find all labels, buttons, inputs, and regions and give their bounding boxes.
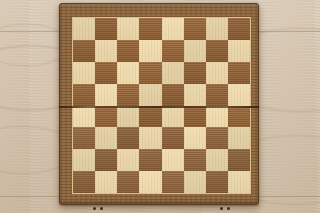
square-c1 [117,171,139,193]
square-h6 [228,62,250,84]
square-a3 [73,127,95,149]
chess-board [59,3,259,205]
square-a2 [73,149,95,171]
square-g6 [206,62,228,84]
square-g3 [206,127,228,149]
square-e3 [162,127,184,149]
square-d1 [139,171,161,193]
square-h7 [228,40,250,62]
square-e6 [162,62,184,84]
square-d6 [139,62,161,84]
square-b6 [95,62,117,84]
square-f3 [184,127,206,149]
square-a5 [73,84,95,106]
square-e4 [162,106,184,128]
square-b2 [95,149,117,171]
square-b7 [95,40,117,62]
square-c6 [117,62,139,84]
square-e5 [162,84,184,106]
square-c4 [117,106,139,128]
fold-hinge-right [220,206,230,210]
square-e1 [162,171,184,193]
square-d5 [139,84,161,106]
square-a7 [73,40,95,62]
square-c7 [117,40,139,62]
square-g2 [206,149,228,171]
square-e2 [162,149,184,171]
photo-scene [0,0,320,213]
square-c3 [117,127,139,149]
square-a1 [73,171,95,193]
square-g1 [206,171,228,193]
square-h5 [228,84,250,106]
square-b3 [95,127,117,149]
square-b8 [95,18,117,40]
square-f5 [184,84,206,106]
square-b4 [95,106,117,128]
board-fold-hinge-line [59,106,259,108]
square-f1 [184,171,206,193]
square-f6 [184,62,206,84]
square-d4 [139,106,161,128]
square-c8 [117,18,139,40]
square-f2 [184,149,206,171]
square-g8 [206,18,228,40]
square-h1 [228,171,250,193]
square-a4 [73,106,95,128]
square-d7 [139,40,161,62]
square-e8 [162,18,184,40]
square-d8 [139,18,161,40]
square-h3 [228,127,250,149]
square-d3 [139,127,161,149]
square-e7 [162,40,184,62]
square-d2 [139,149,161,171]
square-g5 [206,84,228,106]
fold-hinge-left [93,206,103,210]
square-f4 [184,106,206,128]
square-h4 [228,106,250,128]
square-g4 [206,106,228,128]
square-a6 [73,62,95,84]
square-c5 [117,84,139,106]
square-h2 [228,149,250,171]
square-h8 [228,18,250,40]
square-b1 [95,171,117,193]
square-f8 [184,18,206,40]
square-g7 [206,40,228,62]
square-f7 [184,40,206,62]
square-c2 [117,149,139,171]
square-b5 [95,84,117,106]
square-a8 [73,18,95,40]
